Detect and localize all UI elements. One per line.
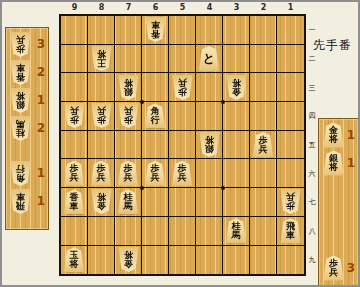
hand-count: 1 [347,128,355,142]
piece-gote-香車[interactable]: 香車 [10,60,31,85]
square-4一[interactable] [196,16,223,45]
hand-gote-飛車: 飛車1 [7,187,47,215]
piece-sente-歩兵[interactable]: 歩兵 [118,161,139,186]
square-9五[interactable] [61,131,88,160]
square-5七[interactable] [169,188,196,217]
file-label-4: 4 [196,3,223,12]
square-9四[interactable]: 歩兵 [61,102,88,131]
piece-sente-歩兵[interactable]: 歩兵 [91,161,112,186]
square-9二[interactable] [61,45,88,74]
square-2六[interactable] [250,159,277,188]
sente-captured-stand: 金将1銀将1歩兵3 [318,118,359,287]
square-2二[interactable] [250,45,277,74]
hand-sente-歩兵: 歩兵3 [320,254,357,282]
piece-gote-歩兵[interactable]: 歩兵 [280,189,301,214]
hand-count: 1 [37,166,45,180]
hand-gote-香車: 香車2 [7,58,47,86]
square-2五[interactable]: 歩兵 [250,131,277,160]
square-1八[interactable]: 飛車 [277,217,304,246]
file-label-9: 9 [61,3,88,12]
square-7一[interactable] [115,16,142,45]
square-9六[interactable]: 歩兵 [61,159,88,188]
piece-gote-桂馬[interactable]: 桂馬 [10,116,31,141]
file-label-8: 8 [88,3,115,12]
square-4二[interactable]: と [196,45,223,74]
square-3二[interactable] [223,45,250,74]
square-4八[interactable] [196,217,223,246]
piece-gote-歩兵[interactable]: 歩兵 [64,103,85,128]
hand-gote-銀将: 銀将1 [7,86,47,114]
square-6八[interactable] [142,217,169,246]
square-3七[interactable] [223,188,250,217]
hand-count: 1 [347,156,355,170]
piece-sente-歩兵[interactable]: 歩兵 [253,132,274,157]
square-1二[interactable] [277,45,304,74]
file-label-6: 6 [142,3,169,12]
square-7九[interactable]: 金将 [115,246,142,275]
square-2七[interactable] [250,188,277,217]
rank-label-八: 八 [307,217,317,246]
square-3一[interactable] [223,16,250,45]
piece-gote-飛車[interactable]: 飛車 [10,189,31,214]
piece-sente-歩兵[interactable]: 歩兵 [172,161,193,186]
square-1九[interactable] [277,246,304,275]
rank-label-五: 五 [307,131,317,160]
square-7八[interactable] [115,217,142,246]
file-label-3: 3 [223,3,250,12]
piece-gote-香車[interactable]: 香車 [145,17,166,42]
hand-count: 2 [37,65,45,79]
square-6三[interactable] [142,73,169,102]
square-5四[interactable] [169,102,196,131]
piece-gote-歩兵[interactable]: 歩兵 [91,103,112,128]
square-1三[interactable] [277,73,304,102]
shogi-diagram: 987654321 香車王将と銀将歩兵金将歩兵歩兵歩兵角行銀将歩兵歩兵歩兵歩兵歩… [0,0,360,287]
hand-gote-桂馬: 桂馬2 [7,114,47,142]
piece-sente-玉将[interactable]: 玉将 [64,247,85,272]
square-3四[interactable] [223,102,250,131]
square-8八[interactable] [88,217,115,246]
piece-sente-金将[interactable]: 金将 [323,123,344,148]
square-3六[interactable] [223,159,250,188]
piece-sente-飛車[interactable]: 飛車 [280,218,301,243]
square-5一[interactable] [169,16,196,45]
square-5三[interactable]: 歩兵 [169,73,196,102]
piece-gote-銀将[interactable]: 銀将 [118,75,139,100]
rank-label-三: 三 [307,73,317,102]
hand-sente-金将: 金将1 [320,121,357,149]
file-label-1: 1 [277,3,304,12]
square-9三[interactable] [61,73,88,102]
rank-label-七: 七 [307,188,317,217]
star-point [221,100,225,104]
rank-label-六: 六 [307,159,317,188]
board-grid: 香車王将と銀将歩兵金将歩兵歩兵歩兵角行銀将歩兵歩兵歩兵歩兵歩兵歩兵香車金将桂馬歩… [59,14,306,276]
square-9八[interactable] [61,217,88,246]
turn-indicator: 先手番 [313,37,352,54]
piece-sente-桂馬[interactable]: 桂馬 [226,218,247,243]
file-label-2: 2 [250,3,277,12]
square-7七[interactable]: 桂馬 [115,188,142,217]
star-point [221,186,225,190]
piece-sente-歩兵[interactable]: 歩兵 [145,161,166,186]
square-2四[interactable] [250,102,277,131]
piece-gote-歩兵[interactable]: 歩兵 [172,75,193,100]
hand-gote-歩兵: 歩兵3 [7,30,47,58]
square-4五[interactable]: 銀将 [196,131,223,160]
square-3八[interactable]: 桂馬 [223,217,250,246]
rank-label-四: 四 [307,102,317,131]
square-9九[interactable]: 玉将 [61,246,88,275]
piece-gote-角行[interactable]: 角行 [10,161,31,186]
hand-count: 2 [37,121,45,135]
square-8七[interactable]: 金将 [88,188,115,217]
square-6二[interactable] [142,45,169,74]
square-7六[interactable]: 歩兵 [115,159,142,188]
piece-gote-金将[interactable]: 金将 [226,75,247,100]
square-7二[interactable] [115,45,142,74]
square-3三[interactable]: 金将 [223,73,250,102]
star-point [140,186,144,190]
square-5九[interactable] [169,246,196,275]
square-5二[interactable] [169,45,196,74]
piece-gote-銀将[interactable]: 銀将 [10,88,31,113]
piece-sente-歩兵[interactable]: 歩兵 [323,256,344,281]
square-1一[interactable] [277,16,304,45]
square-4九[interactable] [196,246,223,275]
hand-count: 3 [347,261,355,275]
file-label-5: 5 [169,3,196,12]
piece-gote-歩兵[interactable]: 歩兵 [10,32,31,57]
square-8一[interactable] [88,16,115,45]
square-8四[interactable]: 歩兵 [88,102,115,131]
square-5六[interactable]: 歩兵 [169,159,196,188]
square-4六[interactable] [196,159,223,188]
square-6一[interactable]: 香車 [142,16,169,45]
square-8三[interactable] [88,73,115,102]
piece-gote-金将[interactable]: 金将 [118,247,139,272]
square-2八[interactable] [250,217,277,246]
hand-count: 1 [37,93,45,107]
piece-gote-歩兵[interactable]: 歩兵 [118,103,139,128]
square-9七[interactable]: 香車 [61,188,88,217]
piece-gote-金将[interactable]: 金将 [91,189,112,214]
square-6五[interactable] [142,131,169,160]
square-4四[interactable] [196,102,223,131]
square-9一[interactable] [61,16,88,45]
square-6六[interactable]: 歩兵 [142,159,169,188]
piece-sente-香車[interactable]: 香車 [64,189,85,214]
hand-gote-角行: 角行1 [7,159,47,187]
square-1四[interactable] [277,102,304,131]
square-8六[interactable]: 歩兵 [88,159,115,188]
square-8九[interactable] [88,246,115,275]
hand-count: 1 [37,194,45,208]
piece-sente-と[interactable]: と [199,46,220,71]
file-label-7: 7 [115,3,142,12]
gote-captured-stand: 歩兵3香車2銀将1桂馬2角行1飛車1 [5,27,49,230]
square-2三[interactable] [250,73,277,102]
hand-sente-銀将: 銀将1 [320,149,357,177]
square-1六[interactable] [277,159,304,188]
square-8二[interactable]: 王将 [88,45,115,74]
square-7四[interactable]: 歩兵 [115,102,142,131]
star-point [140,100,144,104]
piece-gote-王将[interactable]: 王将 [91,46,112,71]
square-1五[interactable] [277,131,304,160]
square-3五[interactable] [223,131,250,160]
square-8五[interactable] [88,131,115,160]
square-6四[interactable]: 角行 [142,102,169,131]
piece-sente-歩兵[interactable]: 歩兵 [64,161,85,186]
square-4三[interactable] [196,73,223,102]
piece-gote-銀将[interactable]: 銀将 [199,132,220,157]
rank-label-九: 九 [307,246,317,275]
piece-sente-角行[interactable]: 角行 [145,103,166,128]
square-3九[interactable] [223,246,250,275]
square-5八[interactable] [169,217,196,246]
square-2一[interactable] [250,16,277,45]
square-2九[interactable] [250,246,277,275]
square-6七[interactable] [142,188,169,217]
rank-labels: 一二三四五六七八九 [307,16,317,274]
square-5五[interactable] [169,131,196,160]
square-7三[interactable]: 銀将 [115,73,142,102]
piece-sente-銀将[interactable]: 銀将 [323,151,344,176]
piece-sente-桂馬[interactable]: 桂馬 [118,189,139,214]
square-1七[interactable]: 歩兵 [277,188,304,217]
square-6九[interactable] [142,246,169,275]
hand-count: 3 [37,37,45,51]
square-4七[interactable] [196,188,223,217]
square-7五[interactable] [115,131,142,160]
file-labels: 987654321 [61,3,304,12]
